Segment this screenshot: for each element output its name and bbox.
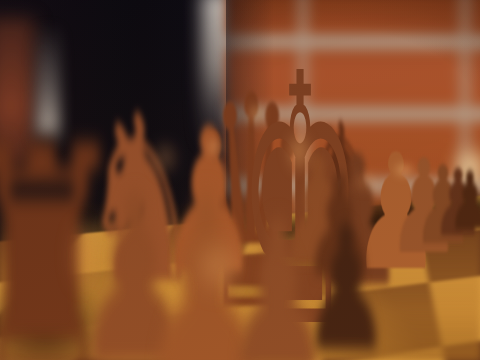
photo-color-grade-overlay [0, 0, 480, 360]
chess-photo-scene: ♜♞♟♛♚♞♟♟♟♟♟♟♟♟♟♟♟♟ [0, 0, 480, 360]
